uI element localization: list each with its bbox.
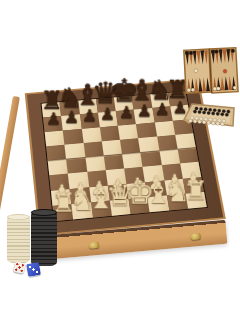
checkers-inset xyxy=(181,95,240,142)
checker-stack-ivory xyxy=(7,216,30,263)
piece-black-pawn-b7[interactable]: ♟ xyxy=(64,109,79,126)
piece-black-pawn-d7[interactable]: ♟ xyxy=(100,106,115,122)
piece-black-pawn-e7[interactable]: ♟ xyxy=(118,104,133,120)
piece-black-pawn-f7[interactable]: ♟ xyxy=(137,103,152,119)
die-white-red-pips xyxy=(13,261,26,274)
piece-black-pawn-c7[interactable]: ♟ xyxy=(82,108,97,124)
square-a6[interactable] xyxy=(45,130,65,146)
square-g6[interactable] xyxy=(154,121,175,137)
piece-black-pawn-g7[interactable]: ♟ xyxy=(155,101,170,117)
square-e6[interactable] xyxy=(118,124,138,140)
piece-black-pawn-a7[interactable]: ♟ xyxy=(46,111,61,128)
square-d6[interactable] xyxy=(100,125,120,141)
brass-clasp-left-icon xyxy=(89,242,99,249)
checker-stack-black xyxy=(31,211,57,266)
product-photo-stage: ♜♞♝♛♚♝♞♜♟♟♟♟♟♟♟♟♟♟♟♟♟♟♟♟♜♞♝♛♚♝♞♜ xyxy=(0,0,240,329)
brass-clasp-right-icon xyxy=(190,233,200,240)
square-c7[interactable]: ♟ xyxy=(80,113,100,129)
backgammon-inset xyxy=(183,45,240,100)
square-f6[interactable] xyxy=(136,122,157,138)
die-blue-white-pips xyxy=(26,262,41,277)
square-c6[interactable] xyxy=(81,127,101,143)
